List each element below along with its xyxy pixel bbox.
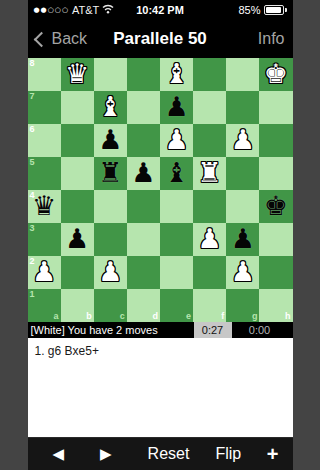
square-g7[interactable]	[226, 91, 259, 124]
square-f1[interactable]: f	[193, 289, 226, 322]
black-pawn[interactable]: ♟	[127, 157, 160, 190]
square-a5[interactable]: 5	[28, 157, 61, 190]
white-pawn[interactable]: ♟	[193, 223, 226, 256]
square-g5[interactable]	[226, 157, 259, 190]
square-c8[interactable]	[94, 58, 127, 91]
flip-button[interactable]: Flip	[215, 445, 241, 463]
square-d3[interactable]	[127, 223, 160, 256]
square-g2[interactable]: ♟	[226, 256, 259, 289]
black-king[interactable]: ♚	[259, 190, 292, 223]
square-f8[interactable]	[193, 58, 226, 91]
wifi-icon	[102, 4, 114, 16]
white-pawn[interactable]: ♟	[160, 124, 193, 157]
square-b1[interactable]: b	[61, 289, 94, 322]
info-button[interactable]: Info	[207, 30, 285, 48]
square-b3[interactable]: ♟	[61, 223, 94, 256]
signal-strength-icon: ●●○○○	[34, 6, 70, 14]
square-g3[interactable]: ♟	[226, 223, 259, 256]
page-title: Parallele 50	[113, 29, 207, 49]
app-window: ●●○○○ AT&T 10:42 PM 85% Back Parallele 5…	[28, 0, 293, 470]
black-pawn[interactable]: ♟	[226, 223, 259, 256]
square-b7[interactable]	[61, 91, 94, 124]
back-button[interactable]: Back	[36, 30, 114, 48]
black-clock: 0:00	[241, 322, 279, 338]
white-pawn[interactable]: ♟	[226, 124, 259, 157]
file-label-c: c	[120, 312, 125, 321]
white-pawn[interactable]: ♟	[94, 256, 127, 289]
square-h4[interactable]: ♚	[259, 190, 292, 223]
previous-move-button[interactable]: ◀	[53, 445, 65, 463]
square-e4[interactable]	[160, 190, 193, 223]
rank-label-6: 6	[30, 125, 35, 134]
square-c7[interactable]: ♝	[94, 91, 127, 124]
black-bishop[interactable]: ♝	[160, 157, 193, 190]
file-label-b: b	[86, 312, 92, 321]
rank-label-7: 7	[30, 92, 35, 101]
file-label-a: a	[54, 312, 59, 321]
square-f7[interactable]	[193, 91, 226, 124]
square-h8[interactable]: ♚	[259, 58, 292, 91]
square-h3[interactable]	[259, 223, 292, 256]
square-b6[interactable]	[61, 124, 94, 157]
square-c2[interactable]: ♟	[94, 256, 127, 289]
black-pawn[interactable]: ♟	[94, 124, 127, 157]
square-c3[interactable]	[94, 223, 127, 256]
square-e3[interactable]	[160, 223, 193, 256]
battery-percent: 85%	[238, 4, 260, 16]
square-d8[interactable]	[127, 58, 160, 91]
square-d7[interactable]	[127, 91, 160, 124]
square-h5[interactable]	[259, 157, 292, 190]
square-a6[interactable]: 6	[28, 124, 61, 157]
square-a3[interactable]: 3	[28, 223, 61, 256]
white-bishop[interactable]: ♝	[94, 91, 127, 124]
file-label-e: e	[186, 312, 191, 321]
square-h1[interactable]: h	[259, 289, 292, 322]
square-a2[interactable]: 2♟	[28, 256, 61, 289]
rank-label-8: 8	[30, 59, 35, 68]
bottom-toolbar: ◀ ▶ Reset Flip +	[28, 437, 293, 470]
square-a8[interactable]: 8	[28, 58, 61, 91]
turn-message: [White] You have 2 moves	[31, 324, 194, 336]
file-label-h: h	[285, 312, 291, 321]
square-e6[interactable]: ♟	[160, 124, 193, 157]
square-d2[interactable]	[127, 256, 160, 289]
square-a4[interactable]: 4♛	[28, 190, 61, 223]
black-queen[interactable]: ♛	[28, 190, 61, 223]
square-g1[interactable]: g	[226, 289, 259, 322]
square-f2[interactable]	[193, 256, 226, 289]
square-h7[interactable]	[259, 91, 292, 124]
move-text: 1. g6 Bxe5+	[35, 344, 99, 358]
clock-time: 10:42 PM	[136, 4, 184, 16]
back-label: Back	[52, 30, 88, 48]
square-b4[interactable]	[61, 190, 94, 223]
square-h6[interactable]	[259, 124, 292, 157]
square-f6[interactable]	[193, 124, 226, 157]
rank-label-5: 5	[30, 158, 35, 167]
nav-bar: Back Parallele 50 Info	[28, 20, 293, 58]
battery-icon	[264, 5, 284, 15]
square-d5[interactable]: ♟	[127, 157, 160, 190]
black-rook[interactable]: ♜	[94, 157, 127, 190]
move-list: 1. g6 Bxe5+	[28, 338, 293, 437]
square-c6[interactable]: ♟	[94, 124, 127, 157]
white-rook[interactable]: ♜	[193, 157, 226, 190]
square-a1[interactable]: 1a	[28, 289, 61, 322]
square-f4[interactable]	[193, 190, 226, 223]
add-button[interactable]: +	[267, 443, 279, 466]
file-label-g: g	[252, 312, 258, 321]
square-b5[interactable]	[61, 157, 94, 190]
white-pawn[interactable]: ♟	[28, 256, 61, 289]
black-pawn[interactable]: ♟	[160, 91, 193, 124]
square-b8[interactable]: ♛	[61, 58, 94, 91]
file-label-d: d	[153, 312, 159, 321]
white-king[interactable]: ♚	[259, 58, 292, 91]
reset-button[interactable]: Reset	[148, 445, 190, 463]
rank-label-1: 1	[30, 290, 35, 299]
square-d1[interactable]: d	[127, 289, 160, 322]
square-e5[interactable]: ♝	[160, 157, 193, 190]
square-c1[interactable]: c	[94, 289, 127, 322]
square-g6[interactable]: ♟	[226, 124, 259, 157]
square-h2[interactable]	[259, 256, 292, 289]
square-b2[interactable]	[61, 256, 94, 289]
square-d6[interactable]	[127, 124, 160, 157]
black-pawn[interactable]: ♟	[61, 223, 94, 256]
square-a7[interactable]: 7	[28, 91, 61, 124]
square-d4[interactable]	[127, 190, 160, 223]
square-f3[interactable]: ♟	[193, 223, 226, 256]
square-c5[interactable]: ♜	[94, 157, 127, 190]
square-f5[interactable]: ♜	[193, 157, 226, 190]
white-queen[interactable]: ♛	[61, 58, 94, 91]
square-e1[interactable]: e	[160, 289, 193, 322]
white-bishop[interactable]: ♝	[160, 58, 193, 91]
square-c4[interactable]	[94, 190, 127, 223]
chess-board: 8♛♝♚7♝♟6♟♟♟5♜♟♝♜4♛♚3♟♟♟2♟♟♟1abcdefgh	[28, 58, 293, 322]
file-label-f: f	[221, 312, 224, 321]
square-e7[interactable]: ♟	[160, 91, 193, 124]
square-g8[interactable]	[226, 58, 259, 91]
white-clock: 0:27	[194, 322, 232, 338]
chevron-left-icon	[33, 31, 49, 47]
status-bar: ●●○○○ AT&T 10:42 PM 85%	[28, 0, 293, 20]
square-g4[interactable]	[226, 190, 259, 223]
game-status-bar: [White] You have 2 moves 0:27 0:00	[28, 322, 293, 338]
white-pawn[interactable]: ♟	[226, 256, 259, 289]
rank-label-3: 3	[30, 224, 35, 233]
square-e8[interactable]: ♝	[160, 58, 193, 91]
carrier-label: AT&T	[72, 4, 99, 16]
next-move-button[interactable]: ▶	[100, 445, 112, 463]
square-e2[interactable]	[160, 256, 193, 289]
